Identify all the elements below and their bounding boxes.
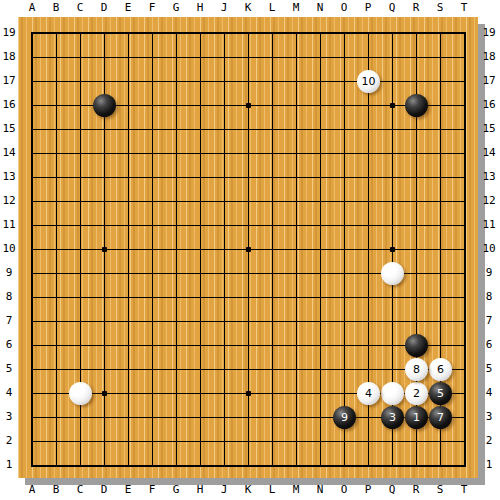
grid-cell[interactable] (200, 417, 224, 441)
grid-cell[interactable] (200, 321, 224, 345)
grid-cell[interactable] (296, 57, 320, 81)
grid-cell[interactable] (56, 297, 80, 321)
grid-cell[interactable] (176, 297, 200, 321)
grid-cell[interactable] (296, 249, 320, 273)
column-label-bottom: N (308, 483, 332, 497)
grid-cell[interactable] (392, 177, 416, 201)
grid-cell[interactable] (104, 273, 128, 297)
grid-cell[interactable] (248, 249, 272, 273)
row-label-right: 9 (480, 266, 498, 280)
grid-cell[interactable] (416, 225, 440, 249)
grid-cell[interactable] (296, 441, 320, 465)
grid-cell[interactable] (176, 57, 200, 81)
grid-cell[interactable] (296, 129, 320, 153)
grid-cell[interactable] (176, 33, 200, 57)
grid-cell[interactable] (32, 33, 56, 57)
grid-cell[interactable] (80, 297, 104, 321)
grid-cell[interactable] (248, 33, 272, 57)
grid-cell[interactable] (272, 345, 296, 369)
row-label-left: 13 (0, 170, 18, 184)
grid-cell[interactable] (152, 249, 176, 273)
grid-cell[interactable] (392, 441, 416, 465)
grid-cell[interactable] (128, 369, 152, 393)
grid-cell[interactable] (176, 393, 200, 417)
grid-cell[interactable] (200, 393, 224, 417)
grid-cell[interactable] (320, 201, 344, 225)
grid-cell[interactable] (248, 153, 272, 177)
grid-cell[interactable] (128, 441, 152, 465)
grid-cell[interactable] (224, 33, 248, 57)
grid-cell[interactable] (152, 321, 176, 345)
grid-cell[interactable] (224, 321, 248, 345)
grid-cell[interactable] (128, 33, 152, 57)
grid-cell[interactable] (224, 441, 248, 465)
grid-cell[interactable] (128, 297, 152, 321)
column-label-top: P (356, 1, 380, 15)
grid-cell[interactable] (320, 57, 344, 81)
grid-cell[interactable] (368, 345, 392, 369)
grid-cell[interactable] (200, 273, 224, 297)
grid-cell[interactable] (224, 201, 248, 225)
grid-cell[interactable] (248, 345, 272, 369)
grid-cell[interactable] (440, 225, 464, 249)
grid-cell[interactable] (200, 369, 224, 393)
grid-cell[interactable] (416, 297, 440, 321)
grid-cell[interactable] (80, 201, 104, 225)
grid-cell[interactable] (128, 153, 152, 177)
stone-black-R6 (405, 334, 428, 357)
grid-cell[interactable] (32, 321, 56, 345)
grid-cell[interactable] (248, 417, 272, 441)
grid-cell[interactable] (440, 201, 464, 225)
grid-cell[interactable] (272, 81, 296, 105)
grid-cell[interactable] (320, 345, 344, 369)
grid-cell[interactable] (368, 153, 392, 177)
grid-cell[interactable] (272, 297, 296, 321)
grid-cell[interactable] (176, 369, 200, 393)
grid-cell[interactable] (104, 441, 128, 465)
grid-cell[interactable] (128, 201, 152, 225)
grid-cell[interactable] (416, 177, 440, 201)
grid-cell[interactable] (32, 129, 56, 153)
grid-cell[interactable] (200, 153, 224, 177)
grid-cell[interactable] (176, 441, 200, 465)
grid-cell[interactable] (176, 225, 200, 249)
grid-cell[interactable] (296, 177, 320, 201)
grid-cell[interactable] (80, 345, 104, 369)
grid-cell[interactable] (152, 273, 176, 297)
grid-cell[interactable] (32, 417, 56, 441)
grid-cell[interactable] (56, 225, 80, 249)
grid-cell[interactable] (368, 201, 392, 225)
grid-cell[interactable] (344, 177, 368, 201)
grid-cell[interactable] (152, 393, 176, 417)
grid-cell[interactable] (440, 153, 464, 177)
grid-cell[interactable] (248, 81, 272, 105)
grid-cell[interactable] (296, 33, 320, 57)
stone-white-Q4 (381, 382, 404, 405)
grid-cell[interactable] (320, 81, 344, 105)
column-label-top: G (164, 1, 188, 15)
grid-cell[interactable] (80, 225, 104, 249)
grid-cell[interactable] (440, 33, 464, 57)
grid-cell[interactable] (344, 249, 368, 273)
grid-cell[interactable] (320, 249, 344, 273)
grid-cell[interactable] (248, 105, 272, 129)
grid-cell[interactable] (344, 129, 368, 153)
grid-cell[interactable] (152, 369, 176, 393)
grid-cell[interactable] (440, 105, 464, 129)
grid-cell[interactable] (416, 273, 440, 297)
grid-cell[interactable] (56, 345, 80, 369)
grid-cell[interactable] (56, 105, 80, 129)
grid-cell[interactable] (344, 225, 368, 249)
grid-cell[interactable] (32, 201, 56, 225)
grid-cell[interactable] (296, 393, 320, 417)
grid-cell[interactable] (440, 177, 464, 201)
grid-cell[interactable] (440, 321, 464, 345)
grid-cell[interactable] (368, 321, 392, 345)
grid-cell[interactable] (80, 177, 104, 201)
grid-cell[interactable] (440, 81, 464, 105)
grid-cell[interactable] (104, 297, 128, 321)
grid-cell[interactable] (32, 441, 56, 465)
grid-cell[interactable] (272, 177, 296, 201)
grid-cell[interactable] (272, 105, 296, 129)
grid-cell[interactable] (416, 129, 440, 153)
grid-cell[interactable] (320, 33, 344, 57)
grid-cell[interactable] (392, 201, 416, 225)
grid-cell[interactable] (104, 393, 128, 417)
grid-cell[interactable] (344, 105, 368, 129)
grid-cell[interactable] (32, 273, 56, 297)
grid-cell[interactable] (272, 153, 296, 177)
grid-cell[interactable] (56, 321, 80, 345)
grid-cell[interactable] (272, 249, 296, 273)
grid-cell[interactable] (200, 201, 224, 225)
grid-cell[interactable] (104, 417, 128, 441)
grid-cell[interactable] (392, 33, 416, 57)
grid-cell[interactable] (176, 153, 200, 177)
grid-cell[interactable] (248, 177, 272, 201)
grid-cell[interactable] (200, 297, 224, 321)
grid-cell[interactable] (272, 321, 296, 345)
grid-cell[interactable] (248, 297, 272, 321)
grid-cell[interactable] (320, 153, 344, 177)
grid-cell[interactable] (200, 105, 224, 129)
grid-cell[interactable] (128, 225, 152, 249)
grid-cell[interactable] (248, 57, 272, 81)
grid-cell[interactable] (272, 225, 296, 249)
grid-cell[interactable] (296, 345, 320, 369)
grid-cell[interactable] (152, 177, 176, 201)
grid-cell[interactable] (392, 153, 416, 177)
grid-cell[interactable] (152, 153, 176, 177)
grid-cell[interactable] (176, 81, 200, 105)
grid-cell[interactable] (128, 105, 152, 129)
grid-cell[interactable] (152, 57, 176, 81)
grid-cell[interactable] (32, 345, 56, 369)
grid-cell[interactable] (104, 177, 128, 201)
grid-cell[interactable] (128, 57, 152, 81)
grid-cell[interactable] (440, 297, 464, 321)
grid-cell[interactable] (296, 321, 320, 345)
grid-cell[interactable] (224, 81, 248, 105)
grid-cell[interactable] (224, 105, 248, 129)
grid-cell[interactable] (296, 369, 320, 393)
grid-cell[interactable] (296, 81, 320, 105)
grid-cell[interactable] (152, 33, 176, 57)
grid-cell[interactable] (128, 321, 152, 345)
grid-cell[interactable] (272, 201, 296, 225)
grid-cell[interactable] (320, 321, 344, 345)
grid-cell[interactable] (224, 393, 248, 417)
grid-cell[interactable] (320, 369, 344, 393)
grid-cell[interactable] (128, 177, 152, 201)
grid-cell[interactable] (104, 33, 128, 57)
grid-cell[interactable] (368, 297, 392, 321)
grid-cell[interactable] (320, 105, 344, 129)
grid-cell[interactable] (224, 273, 248, 297)
grid-cell[interactable] (248, 441, 272, 465)
grid-cell[interactable] (104, 321, 128, 345)
grid-cell[interactable] (320, 273, 344, 297)
grid-cell[interactable] (56, 441, 80, 465)
grid-cell[interactable] (272, 417, 296, 441)
row-label-left: 18 (0, 50, 18, 64)
grid-cell[interactable] (248, 369, 272, 393)
grid-cell[interactable] (320, 225, 344, 249)
grid-cell[interactable] (32, 297, 56, 321)
grid-cell[interactable] (80, 129, 104, 153)
grid-cell[interactable] (368, 441, 392, 465)
grid-cell[interactable] (344, 273, 368, 297)
grid-cell[interactable] (272, 129, 296, 153)
grid-cell[interactable] (248, 273, 272, 297)
grid-cell[interactable] (152, 129, 176, 153)
grid-cell[interactable] (56, 273, 80, 297)
grid-cell[interactable] (224, 297, 248, 321)
grid-cell[interactable] (344, 33, 368, 57)
row-label-left: 3 (0, 410, 18, 424)
grid-cell[interactable] (200, 57, 224, 81)
grid-cell[interactable] (176, 129, 200, 153)
grid-cell[interactable] (56, 57, 80, 81)
grid-cell[interactable] (176, 201, 200, 225)
column-label-top: F (140, 1, 164, 15)
grid-cell[interactable] (32, 105, 56, 129)
grid-cell[interactable] (248, 201, 272, 225)
grid-cell[interactable] (152, 201, 176, 225)
stone-black-O3: 9 (333, 406, 356, 429)
grid-cell[interactable] (296, 153, 320, 177)
grid-cell[interactable] (200, 177, 224, 201)
grid-cell[interactable] (272, 57, 296, 81)
grid-cell[interactable] (56, 201, 80, 225)
grid-cell[interactable] (32, 153, 56, 177)
grid-cell[interactable] (200, 225, 224, 249)
grid-cell[interactable] (272, 393, 296, 417)
grid-cell[interactable] (416, 201, 440, 225)
grid-cell[interactable] (416, 249, 440, 273)
grid-cell[interactable] (80, 273, 104, 297)
grid-cell[interactable] (32, 369, 56, 393)
grid-cell[interactable] (128, 129, 152, 153)
grid-cell[interactable] (392, 297, 416, 321)
grid-cell[interactable] (344, 321, 368, 345)
grid-cell[interactable] (368, 129, 392, 153)
grid-cell[interactable] (392, 225, 416, 249)
grid-cell[interactable] (56, 81, 80, 105)
grid-cell[interactable] (224, 369, 248, 393)
grid-cell[interactable] (272, 369, 296, 393)
grid-cell[interactable] (104, 129, 128, 153)
grid-cell[interactable] (104, 369, 128, 393)
star-point-D10 (102, 247, 107, 252)
grid-cell[interactable] (128, 81, 152, 105)
grid-cell[interactable] (56, 417, 80, 441)
grid-cell[interactable] (32, 57, 56, 81)
grid-cell[interactable] (128, 345, 152, 369)
grid-cell[interactable] (272, 441, 296, 465)
row-label-left: 6 (0, 338, 18, 352)
grid-cell[interactable] (344, 201, 368, 225)
grid-cell[interactable] (80, 441, 104, 465)
grid-cell[interactable] (272, 33, 296, 57)
grid-cell[interactable] (104, 201, 128, 225)
row-label-right: 15 (480, 122, 498, 136)
grid-cell[interactable] (368, 177, 392, 201)
grid-cell[interactable] (200, 33, 224, 57)
grid-cell[interactable] (440, 129, 464, 153)
grid-cell[interactable] (176, 321, 200, 345)
grid-cell[interactable] (296, 105, 320, 129)
grid-cell[interactable] (320, 297, 344, 321)
grid-cell[interactable] (248, 225, 272, 249)
grid-cell[interactable] (368, 105, 392, 129)
grid-cell[interactable] (272, 273, 296, 297)
grid-cell[interactable] (152, 81, 176, 105)
grid-cell[interactable] (152, 225, 176, 249)
grid-cell[interactable] (176, 249, 200, 273)
grid-cell[interactable] (32, 393, 56, 417)
grid-cell[interactable] (80, 321, 104, 345)
grid-cell[interactable] (440, 57, 464, 81)
grid-cell[interactable] (440, 441, 464, 465)
grid-cell[interactable] (416, 57, 440, 81)
grid-cell[interactable] (344, 297, 368, 321)
grid-cell[interactable] (32, 177, 56, 201)
grid-cell[interactable] (200, 249, 224, 273)
grid-cell[interactable] (296, 273, 320, 297)
grid-cell[interactable] (320, 129, 344, 153)
grid-cell[interactable] (248, 393, 272, 417)
grid-cell[interactable] (176, 417, 200, 441)
grid-cell[interactable] (320, 441, 344, 465)
grid-cell[interactable] (248, 321, 272, 345)
grid-cell[interactable] (128, 393, 152, 417)
grid-cell[interactable] (128, 249, 152, 273)
grid-cell[interactable] (152, 105, 176, 129)
grid-cell[interactable] (32, 81, 56, 105)
grid-cell[interactable] (248, 129, 272, 153)
grid-cell[interactable] (104, 249, 128, 273)
grid-cell[interactable] (56, 177, 80, 201)
grid-cell[interactable] (80, 57, 104, 81)
grid-cell[interactable] (128, 417, 152, 441)
grid-cell[interactable] (56, 249, 80, 273)
grid-cell[interactable] (200, 81, 224, 105)
grid-cell[interactable] (296, 225, 320, 249)
grid-cell[interactable] (368, 33, 392, 57)
grid-cell[interactable] (416, 441, 440, 465)
grid-cell[interactable] (80, 249, 104, 273)
row-label-right: 1 (480, 458, 498, 472)
grid-cell[interactable] (368, 225, 392, 249)
grid-cell[interactable] (32, 249, 56, 273)
grid-cell[interactable] (224, 57, 248, 81)
grid-cell[interactable] (200, 345, 224, 369)
grid-cell[interactable] (200, 441, 224, 465)
grid-cell[interactable] (32, 225, 56, 249)
grid-cell[interactable] (320, 177, 344, 201)
grid-cell[interactable] (176, 273, 200, 297)
grid-cell[interactable] (56, 129, 80, 153)
grid-cell[interactable] (104, 153, 128, 177)
grid-cell[interactable] (344, 345, 368, 369)
grid-cell[interactable] (344, 153, 368, 177)
grid-cell[interactable] (296, 297, 320, 321)
grid-cell[interactable] (80, 417, 104, 441)
grid-cell[interactable] (104, 345, 128, 369)
grid-cell[interactable] (224, 417, 248, 441)
grid-cell[interactable] (224, 177, 248, 201)
grid-cell[interactable] (344, 441, 368, 465)
grid-cell[interactable] (152, 345, 176, 369)
grid-cell[interactable] (152, 441, 176, 465)
grid-cell[interactable] (416, 33, 440, 57)
grid-cell[interactable] (104, 57, 128, 81)
grid-cell[interactable] (296, 417, 320, 441)
column-label-top: N (308, 1, 332, 15)
grid-cell[interactable] (152, 417, 176, 441)
grid-cell[interactable] (224, 249, 248, 273)
grid-cell[interactable] (392, 57, 416, 81)
row-label-right: 2 (480, 434, 498, 448)
grid-cell[interactable] (176, 345, 200, 369)
grid-cell[interactable] (224, 225, 248, 249)
grid-cell[interactable] (392, 129, 416, 153)
grid-cell[interactable] (80, 33, 104, 57)
grid-cell[interactable] (80, 153, 104, 177)
grid-cell[interactable] (440, 249, 464, 273)
grid-cell[interactable] (176, 177, 200, 201)
grid-cell[interactable] (224, 153, 248, 177)
grid-cell[interactable] (296, 201, 320, 225)
star-point-K4 (246, 391, 251, 396)
grid-cell[interactable] (224, 345, 248, 369)
grid-cell[interactable] (224, 129, 248, 153)
grid-cell[interactable] (56, 153, 80, 177)
grid-cell[interactable] (128, 273, 152, 297)
grid-cell[interactable] (200, 129, 224, 153)
grid-cell[interactable] (104, 225, 128, 249)
grid-cell[interactable] (416, 153, 440, 177)
grid-cell[interactable] (440, 273, 464, 297)
grid-cell[interactable] (152, 297, 176, 321)
grid-cell[interactable] (176, 105, 200, 129)
grid-cell[interactable] (56, 33, 80, 57)
